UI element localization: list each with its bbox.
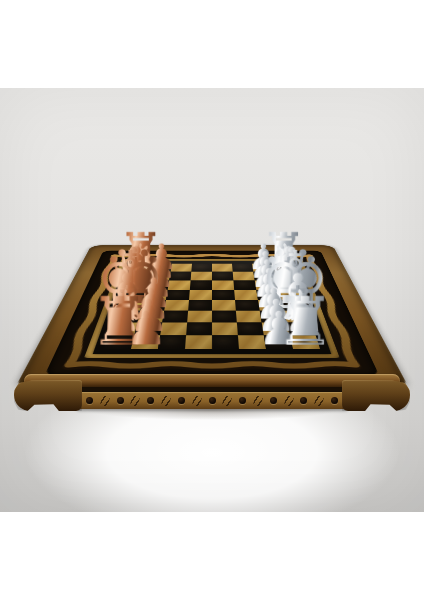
plinth-tick <box>130 396 140 406</box>
tabletop: ♜♟♟♜♞♟♟♞♝♟♟♝♛♟♟♛♚♟♟♚♝♟♟♝♞♟♟♞♜♟♟♜ <box>14 245 410 390</box>
plinth-dot <box>86 397 93 404</box>
plinth-dot <box>331 397 338 404</box>
plinth-tick <box>253 396 263 406</box>
square-a4 <box>212 264 233 272</box>
square-d5 <box>189 290 212 300</box>
square-h4 <box>212 335 239 349</box>
plinth-dot <box>270 397 277 404</box>
square-h5 <box>185 335 212 349</box>
plinth-tick <box>222 396 232 406</box>
square-h7: ♟ <box>131 335 160 349</box>
plinth-dot <box>178 397 185 404</box>
black-pawn: ♟ <box>125 305 166 351</box>
plinth-tick <box>161 396 171 406</box>
product-photo-scene: ♜♟♟♜♞♟♟♞♝♟♟♝♛♟♟♛♚♟♟♚♝♟♟♝♞♟♟♞♜♟♟♜ <box>0 0 424 600</box>
plinth-tick <box>191 396 201 406</box>
square-g5 <box>186 323 212 336</box>
front-plinth <box>76 392 348 409</box>
square-a5 <box>191 264 212 272</box>
square-c5 <box>190 281 212 290</box>
square-c4 <box>212 281 234 290</box>
square-h1: ♜ <box>290 335 320 349</box>
chessboard: ♜♟♟♜♞♟♟♞♝♟♟♝♛♟♟♛♚♟♟♚♝♟♟♝♞♟♟♞♜♟♟♜ <box>93 261 332 354</box>
plinth-dot <box>117 397 124 404</box>
square-d4 <box>212 290 235 300</box>
plinth-tick <box>100 396 110 406</box>
plinth-dot <box>209 397 216 404</box>
plinth-tick <box>314 396 324 406</box>
plinth-dot <box>147 397 154 404</box>
plinth-tick <box>283 396 293 406</box>
square-g4 <box>212 323 238 336</box>
plinth-dot <box>300 397 307 404</box>
table-perspective: ♜♟♟♜♞♟♟♞♝♟♟♝♛♟♟♛♚♟♟♚♝♟♟♝♞♟♟♞♜♟♟♜ <box>0 0 424 600</box>
plinth-dot <box>239 397 246 404</box>
